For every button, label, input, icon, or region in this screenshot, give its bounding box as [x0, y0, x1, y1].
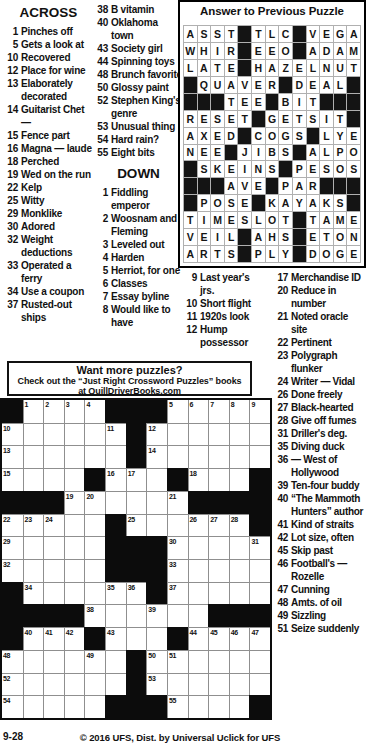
cell-r14c12[interactable] [229, 695, 250, 718]
cell-r7c11[interactable] [208, 536, 229, 559]
cell-r13c6[interactable] [105, 673, 126, 696]
cell-number-31: 31 [251, 537, 258, 546]
cell-r7c2[interactable] [23, 536, 44, 559]
cell-r10c5[interactable]: 38 [84, 604, 105, 627]
prev-cell-r1c8: C [279, 26, 292, 42]
clue-text: Merchandise ID [291, 271, 365, 284]
cell-r12c4[interactable] [64, 650, 85, 673]
prev-cell-r14c1: A [184, 246, 197, 262]
cell-r10c10[interactable] [188, 604, 209, 627]
cell-r4c7[interactable]: 17 [126, 468, 147, 491]
cell-r5c6[interactable] [105, 491, 126, 514]
prev-cell-r2c11: D [320, 43, 333, 59]
clue-number: 7 [95, 290, 111, 303]
cell-r11c2[interactable]: 40 [23, 627, 44, 650]
prev-cell-r7c7: O [266, 128, 279, 144]
clue-text: Football's — Rozelle [291, 557, 365, 583]
cell-number-52: 52 [3, 674, 10, 683]
cell-r2c6[interactable]: 11 [105, 423, 126, 446]
prev-cell-r9c9: P [293, 161, 306, 177]
clue-text: “The Mammoth Hunters” author [291, 492, 365, 518]
cell-r9c9[interactable]: 37 [167, 582, 188, 605]
prev-cell-r1c13: A [347, 26, 360, 42]
cell-r5c10-black [188, 491, 209, 514]
prev-cell-r10c9: A [293, 178, 306, 194]
cell-r3c9[interactable] [167, 445, 188, 468]
cell-r14c11[interactable] [208, 695, 229, 718]
cell-number-39: 39 [148, 605, 155, 614]
clue-text: 1920s look [200, 310, 264, 323]
cell-r3c6[interactable] [105, 445, 126, 468]
cell-r1c4[interactable]: 3 [64, 400, 85, 423]
cell-r1c8-black [146, 400, 167, 423]
cell-r6c12[interactable]: 28 [229, 514, 250, 537]
prev-cell-r4c11: A [320, 77, 333, 93]
clue-text: Hard rain? [111, 133, 182, 146]
cell-r14c9[interactable]: 55 [167, 695, 188, 718]
cell-r9c7[interactable]: 36 [126, 582, 147, 605]
cell-r5c5[interactable]: 20 [84, 491, 105, 514]
cell-r4c9-black [167, 468, 188, 491]
prev-cell-r8c5: J [238, 145, 251, 161]
clue-text: Would like to have [111, 303, 182, 329]
cell-r11c10[interactable]: 44 [188, 627, 209, 650]
cell-r14c13-black [249, 695, 270, 718]
prev-cell-r12c8: T [279, 212, 292, 228]
clue-number: 33 [2, 259, 21, 272]
cell-r4c10[interactable]: 18 [188, 468, 209, 491]
cell-r11c8[interactable] [146, 627, 167, 650]
cell-r7c12[interactable] [229, 536, 250, 559]
cell-r10c7[interactable] [126, 604, 147, 627]
clue-down-22: 22Pertinent [272, 336, 365, 349]
cell-r11c13[interactable]: 47 [249, 627, 270, 650]
clue-number: 54 [95, 133, 111, 146]
cell-r13c2[interactable] [23, 673, 44, 696]
cell-r5c1-black [2, 491, 23, 514]
cell-r13c1[interactable]: 52 [2, 673, 23, 696]
cell-r1c1-black [2, 400, 23, 423]
prev-cell-r10c7-black [266, 178, 279, 194]
clue-across-1: 1Pinches off [2, 25, 95, 38]
cell-r4c6[interactable]: 16 [105, 468, 126, 491]
cell-r6c9[interactable] [167, 514, 188, 537]
cell-number-34: 34 [25, 583, 32, 592]
across-clue-list-continued: 38B vitamin40Oklahoma town43Society girl… [95, 3, 182, 159]
cell-r4c8[interactable] [146, 468, 167, 491]
cell-r4c4[interactable] [64, 468, 85, 491]
prev-cell-r10c4: A [225, 178, 238, 194]
clue-number: 40 [272, 492, 291, 505]
prev-cell-r4c5: V [238, 77, 251, 93]
clue-number: 22 [2, 181, 21, 194]
clue-number: 27 [272, 401, 291, 414]
cell-r7c13[interactable]: 31 [249, 536, 270, 559]
cell-r1c12[interactable]: 8 [229, 400, 250, 423]
cell-r2c12[interactable] [229, 423, 250, 446]
cell-r11c3[interactable]: 41 [43, 627, 64, 650]
prev-cell-r8c9-black [293, 145, 306, 161]
prev-cell-r10c10: R [307, 178, 320, 194]
prev-cell-r1c10: V [307, 26, 320, 42]
cell-r4c2[interactable] [23, 468, 44, 491]
cell-r14c3[interactable] [43, 695, 64, 718]
prev-cell-r1c11: E [320, 26, 333, 42]
cell-r6c1[interactable]: 22 [2, 514, 23, 537]
cell-r7c4[interactable] [64, 536, 85, 559]
cell-r7c5[interactable] [84, 536, 105, 559]
prev-cell-r8c11: L [320, 145, 333, 161]
clue-down-39: 39Ten-four buddy [272, 479, 365, 492]
prev-cell-r4c4: A [225, 77, 238, 93]
cell-r12c7-black [126, 650, 147, 673]
cell-r10c6[interactable] [105, 604, 126, 627]
cell-r6c11[interactable]: 27 [208, 514, 229, 537]
cell-r10c9[interactable] [167, 604, 188, 627]
cell-r6c5[interactable] [84, 514, 105, 537]
cell-r3c4[interactable] [64, 445, 85, 468]
clue-number: 48 [95, 68, 111, 81]
clue-down-8: 8Would like to have [95, 303, 182, 329]
cell-r3c12[interactable] [229, 445, 250, 468]
cell-r8c5[interactable] [84, 559, 105, 582]
cell-r8c1[interactable]: 32 [2, 559, 23, 582]
cell-r9c4[interactable] [64, 582, 85, 605]
clue-across-40: 40Oklahoma town [95, 16, 182, 42]
clue-text: Oklahoma town [111, 16, 182, 42]
cell-r9c3[interactable] [43, 582, 64, 605]
clue-down-28: 28Give off fumes [272, 414, 365, 427]
prev-cell-r11c12: S [334, 195, 347, 211]
cell-r8c11[interactable] [208, 559, 229, 582]
cell-r12c6[interactable] [105, 650, 126, 673]
cell-r4c5-black [84, 468, 105, 491]
clue-text: Hump possessor [200, 323, 264, 349]
cell-number-37: 37 [169, 583, 176, 592]
cell-r2c11[interactable] [208, 423, 229, 446]
prev-cell-r7c5-black [238, 128, 251, 144]
promo-headline: Want more puzzles? [9, 363, 250, 376]
cell-r12c13[interactable] [249, 650, 270, 673]
cell-number-14: 14 [148, 446, 155, 455]
cell-r8c8-black [146, 559, 167, 582]
cell-r9c12[interactable] [229, 582, 250, 605]
cell-number-54: 54 [3, 696, 10, 705]
cell-r2c13[interactable] [249, 423, 270, 446]
prev-cell-r10c6: E [252, 178, 265, 194]
cell-r9c10[interactable] [188, 582, 209, 605]
cell-r7c1[interactable]: 29 [2, 536, 23, 559]
cell-r6c3[interactable]: 24 [43, 514, 64, 537]
prev-cell-r3c12: U [334, 60, 347, 76]
clue-text: Noted oracle site [291, 310, 365, 336]
cell-r5c9[interactable]: 21 [167, 491, 188, 514]
clue-text: Adored [21, 220, 95, 233]
clue-text: Place for wine [21, 64, 95, 77]
cell-r13c11[interactable] [208, 673, 229, 696]
prev-cell-r1c12: G [334, 26, 347, 42]
prev-cell-r2c7: E [266, 43, 279, 59]
cell-r3c11[interactable] [208, 445, 229, 468]
cell-r12c1[interactable]: 48 [2, 650, 23, 673]
cell-r3c10[interactable] [188, 445, 209, 468]
cell-r6c4[interactable] [64, 514, 85, 537]
cell-r11c6[interactable]: 43 [105, 627, 126, 650]
cell-r2c9[interactable] [167, 423, 188, 446]
prev-cell-r9c7: S [266, 161, 279, 177]
cell-r11c12[interactable]: 46 [229, 627, 250, 650]
cell-r2c10[interactable] [188, 423, 209, 446]
prev-cell-r6c6-black [252, 111, 265, 127]
prev-cell-r1c6: T [252, 26, 265, 42]
across-clue-column: ACROSS 1Pinches off5Gets a look at10Reco… [2, 3, 95, 324]
cell-r5c7[interactable] [126, 491, 147, 514]
prev-cell-r4c12: L [334, 77, 347, 93]
prev-cell-r14c6: P [252, 246, 265, 262]
cell-number-18: 18 [190, 469, 197, 478]
cell-r2c1[interactable]: 10 [2, 423, 23, 446]
cell-r2c8[interactable]: 12 [146, 423, 167, 446]
cell-number-3: 3 [66, 400, 70, 409]
cell-r4c11[interactable] [208, 468, 229, 491]
prev-cell-r5c7-black [266, 94, 279, 110]
cell-number-28: 28 [231, 515, 238, 524]
cell-r6c2[interactable]: 23 [23, 514, 44, 537]
prev-cell-r4c3: U [211, 77, 224, 93]
clue-number: 26 [272, 388, 291, 401]
prev-cell-r8c3: E [211, 145, 224, 161]
clue-text: Fence part [21, 129, 95, 142]
cell-r12c12[interactable] [229, 650, 250, 673]
cell-r1c9[interactable]: 5 [167, 400, 188, 423]
cell-r6c6-black [105, 514, 126, 537]
cell-r3c8[interactable]: 14 [146, 445, 167, 468]
clue-text: — West of Hollywood [291, 453, 365, 479]
cell-r4c3[interactable] [43, 468, 64, 491]
prev-cell-r13c10: E [307, 229, 320, 245]
clue-down-20: 20Reduce in number [272, 284, 365, 310]
cell-r13c9[interactable] [167, 673, 188, 696]
cell-r5c8[interactable] [146, 491, 167, 514]
cell-r3c1[interactable]: 13 [2, 445, 23, 468]
cell-number-11: 11 [107, 424, 114, 433]
clue-text: Essay byline [111, 290, 182, 303]
cell-r6c13-black [249, 514, 270, 537]
cell-r6c7[interactable]: 25 [126, 514, 147, 537]
clue-number: 3 [95, 238, 111, 251]
cell-r8c10[interactable] [188, 559, 209, 582]
cell-r14c1[interactable]: 54 [2, 695, 23, 718]
cell-r12c10[interactable] [188, 650, 209, 673]
cell-r12c9[interactable]: 51 [167, 650, 188, 673]
cell-r3c3[interactable] [43, 445, 64, 468]
cell-number-2: 2 [45, 400, 49, 409]
prev-cell-r14c10: D [307, 246, 320, 262]
crossword-page: ACROSS 1Pinches off5Gets a look at10Reco… [0, 0, 366, 747]
cell-r7c3[interactable] [43, 536, 64, 559]
clue-down-11: 111920s look [184, 310, 264, 323]
prev-cell-r11c5: E [238, 195, 251, 211]
prev-cell-r1c4: T [225, 26, 238, 42]
cell-r8c12[interactable] [229, 559, 250, 582]
clue-text: Harden [111, 251, 182, 264]
prev-cell-r3c1: L [184, 60, 197, 76]
prev-cell-r5c9: I [293, 94, 306, 110]
clue-down-45: 45Skip past [272, 544, 365, 557]
prev-cell-r11c7: K [266, 195, 279, 211]
cell-r13c10[interactable] [188, 673, 209, 696]
clue-text: Short flight [200, 297, 264, 310]
cell-r14c2[interactable] [23, 695, 44, 718]
cell-r14c4[interactable] [64, 695, 85, 718]
cell-r1c2[interactable]: 1 [23, 400, 44, 423]
cell-r1c10[interactable]: 6 [188, 400, 209, 423]
cell-r1c5[interactable]: 4 [84, 400, 105, 423]
cell-r2c4[interactable] [64, 423, 85, 446]
cell-r13c12[interactable] [229, 673, 250, 696]
cell-r7c9[interactable]: 30 [167, 536, 188, 559]
cell-r5c13-black [249, 491, 270, 514]
clue-down-31: 31Driller's deg. [272, 427, 365, 440]
cell-r7c8-black [146, 536, 167, 559]
clue-text: Society girl [111, 42, 182, 55]
clue-text: B vitamin [111, 3, 182, 16]
cell-r4c1[interactable]: 15 [2, 468, 23, 491]
prev-cell-r13c3: I [211, 229, 224, 245]
cell-r13c13[interactable] [249, 673, 270, 696]
cell-r4c12[interactable] [229, 468, 250, 491]
prev-cell-r2c1: W [184, 43, 197, 59]
cell-number-24: 24 [45, 515, 52, 524]
cell-r2c2[interactable] [23, 423, 44, 446]
prev-cell-r2c10: A [307, 43, 320, 59]
cell-r11c11[interactable]: 45 [208, 627, 229, 650]
cell-r8c3[interactable] [43, 559, 64, 582]
prev-cell-r10c3-black [211, 178, 224, 194]
clue-number: 52 [95, 94, 111, 107]
clue-number: 44 [95, 55, 111, 68]
prev-cell-r9c1-black [184, 161, 197, 177]
prev-cell-r1c2: S [198, 26, 211, 42]
clue-text: Herriot, for one [111, 264, 182, 277]
cell-r6c8[interactable] [146, 514, 167, 537]
prev-cell-r8c13: O [347, 145, 360, 161]
cell-number-8: 8 [231, 400, 235, 409]
cell-number-23: 23 [25, 515, 32, 524]
cell-r13c4[interactable] [64, 673, 85, 696]
prev-cell-r7c3: E [211, 128, 224, 144]
prev-cell-r14c11: O [320, 246, 333, 262]
cell-r9c13[interactable] [249, 582, 270, 605]
cell-r8c9[interactable]: 33 [167, 559, 188, 582]
down-clue-list: 1Fiddling emperor2Woosnam and Fleming3Le… [95, 186, 182, 329]
clue-number: 32 [2, 233, 21, 246]
clue-across-14: 14Guitarist Chet — [2, 103, 95, 129]
cell-r13c5[interactable] [84, 673, 105, 696]
cell-r5c4[interactable]: 19 [64, 491, 85, 514]
cell-r3c2[interactable] [23, 445, 44, 468]
cell-r11c4[interactable]: 42 [64, 627, 85, 650]
promo-banner: Want more puzzles? Check out the “Just R… [7, 361, 252, 396]
prev-cell-r2c4: R [225, 43, 238, 59]
cell-r1c3[interactable]: 2 [43, 400, 64, 423]
clue-text: Polygraph flunker [291, 349, 365, 375]
clue-down-10: 10Short flight [184, 297, 264, 310]
cell-r14c10[interactable] [188, 695, 209, 718]
prev-cell-r9c2: S [198, 161, 211, 177]
cell-r2c5[interactable] [84, 423, 105, 446]
clue-number: 20 [272, 284, 291, 297]
cell-r7c10[interactable] [188, 536, 209, 559]
cell-r3c5[interactable] [84, 445, 105, 468]
clue-text: Kelp [21, 181, 95, 194]
cell-r9c11[interactable] [208, 582, 229, 605]
prev-cell-r12c4: E [225, 212, 238, 228]
cell-r8c4[interactable] [64, 559, 85, 582]
prev-cell-r2c8: O [279, 43, 292, 59]
prev-cell-r4c8-black [279, 77, 292, 93]
prev-cell-r8c7: B [266, 145, 279, 161]
clue-text: Elaborately decorated [21, 77, 95, 103]
cell-r9c2[interactable]: 34 [23, 582, 44, 605]
cell-r10c8[interactable]: 39 [146, 604, 167, 627]
cell-r12c2[interactable] [23, 650, 44, 673]
cell-r3c13[interactable] [249, 445, 270, 468]
clue-text: Cunning [291, 583, 365, 596]
cell-r2c3[interactable] [43, 423, 64, 446]
cell-number-12: 12 [148, 424, 155, 433]
clue-across-30: 30Adored [2, 220, 95, 233]
cell-r14c5[interactable] [84, 695, 105, 718]
prev-cell-r11c3: O [211, 195, 224, 211]
cell-r1c13[interactable]: 9 [249, 400, 270, 423]
cell-r1c11[interactable]: 7 [208, 400, 229, 423]
cell-r12c11[interactable] [208, 650, 229, 673]
clue-across-44: 44Spinning toys [95, 55, 182, 68]
cell-number-48: 48 [3, 651, 10, 660]
clue-across-16: 16Magna — laude [2, 142, 95, 155]
promo-link-text: at QuillDriverBooks.com [9, 386, 250, 396]
prev-cell-r6c2: E [198, 111, 211, 127]
cell-r9c6[interactable]: 35 [105, 582, 126, 605]
cell-r13c3[interactable] [43, 673, 64, 696]
cell-number-33: 33 [169, 560, 176, 569]
prev-cell-r12c6: L [252, 212, 265, 228]
cell-r13c8[interactable]: 53 [146, 673, 167, 696]
clue-across-34: 34Use a coupon [2, 285, 95, 298]
prev-cell-r8c12: P [334, 145, 347, 161]
cell-r8c2[interactable] [23, 559, 44, 582]
cell-r12c8[interactable]: 50 [146, 650, 167, 673]
clue-text: Recovered [21, 51, 95, 64]
clue-down-47: 47Cunning [272, 583, 365, 596]
prev-cell-r11c8: A [279, 195, 292, 211]
cell-r9c5[interactable] [84, 582, 105, 605]
clue-down-49: 49Sizzling [272, 609, 365, 622]
clue-text: Stephen King's genre [111, 94, 182, 120]
clue-down-6: 6Classes [95, 277, 182, 290]
clue-number: 13 [2, 77, 21, 90]
cell-r12c3[interactable] [43, 650, 64, 673]
clue-number: 45 [272, 544, 291, 557]
cell-r11c7[interactable] [126, 627, 147, 650]
clue-text: Pertinent [291, 336, 365, 349]
cell-r8c13[interactable] [249, 559, 270, 582]
cell-r12c5[interactable]: 49 [84, 650, 105, 673]
prev-cell-r9c5: I [238, 161, 251, 177]
cell-r6c10[interactable]: 26 [188, 514, 209, 537]
prev-cell-r13c4: L [225, 229, 238, 245]
